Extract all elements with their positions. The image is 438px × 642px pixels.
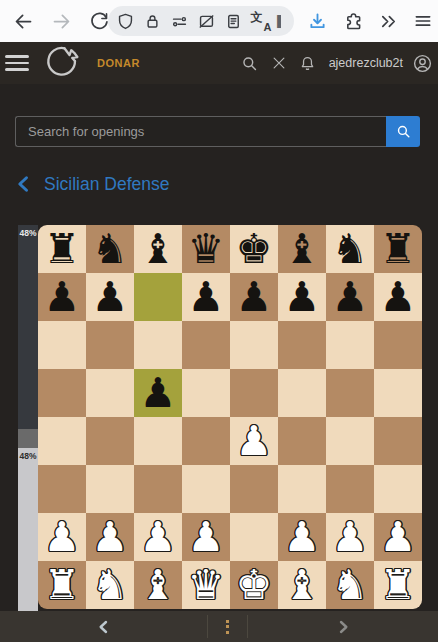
square-d6[interactable] (182, 321, 230, 369)
piece-white-bishop: ♝ (140, 561, 177, 609)
piece-black-pawn: ♟ (188, 273, 225, 321)
piece-black-bishop: ♝ (284, 225, 321, 273)
piece-white-pawn: ♟ (380, 513, 417, 561)
square-c8[interactable]: ♝ (134, 225, 182, 273)
overflow-chevrons-icon[interactable] (371, 4, 405, 38)
piece-white-knight: ♞ (332, 561, 369, 609)
piece-black-pawn: ♟ (140, 369, 177, 417)
square-b5[interactable] (86, 369, 134, 417)
square-a7[interactable]: ♟ (38, 273, 86, 321)
square-c2[interactable]: ♟ (134, 513, 182, 561)
square-b7[interactable]: ♟ (86, 273, 134, 321)
opening-title[interactable]: Sicilian Defense (44, 174, 169, 195)
piece-white-pawn: ♟ (332, 513, 369, 561)
square-b8[interactable]: ♞ (86, 225, 134, 273)
reader-mode-icon[interactable] (220, 7, 247, 35)
black-win-percent: 48% (18, 228, 38, 238)
square-e2[interactable] (230, 513, 278, 561)
square-g7[interactable]: ♟ (326, 273, 374, 321)
square-b1[interactable]: ♞ (86, 561, 134, 609)
previous-move-button[interactable] (0, 611, 207, 642)
piece-black-pawn: ♟ (332, 273, 369, 321)
square-c6[interactable] (134, 321, 182, 369)
search-button[interactable] (386, 116, 420, 147)
square-g6[interactable] (326, 321, 374, 369)
square-d4[interactable] (182, 417, 230, 465)
tracker-toggles-icon[interactable] (166, 7, 193, 35)
moves-menu-button[interactable] (207, 611, 247, 642)
piece-white-pawn: ♟ (188, 513, 225, 561)
next-move-button[interactable] (247, 611, 438, 642)
piece-white-pawn: ♟ (92, 513, 129, 561)
extensions-pill: 文A ❚‹ (108, 6, 294, 36)
forward-icon[interactable] (44, 4, 78, 38)
piece-white-pawn: ♟ (236, 417, 273, 465)
chevron-left-icon (96, 619, 112, 635)
square-f8[interactable]: ♝ (278, 225, 326, 273)
square-e3[interactable] (230, 465, 278, 513)
square-h5[interactable] (374, 369, 422, 417)
square-g3[interactable] (326, 465, 374, 513)
square-d5[interactable] (182, 369, 230, 417)
square-f1[interactable]: ♝ (278, 561, 326, 609)
win-percentage-bar: 48% 48% (18, 225, 38, 611)
square-f7[interactable]: ♟ (278, 273, 326, 321)
square-g2[interactable]: ♟ (326, 513, 374, 561)
square-b2[interactable]: ♟ (86, 513, 134, 561)
vertical-dots-icon (226, 620, 229, 634)
square-a1[interactable]: ♜ (38, 561, 86, 609)
square-f3[interactable] (278, 465, 326, 513)
back-icon[interactable] (6, 4, 40, 38)
avatar-icon[interactable] (410, 51, 434, 75)
square-e4[interactable]: ♟ (230, 417, 278, 465)
square-h1[interactable]: ♜ (374, 561, 422, 609)
square-h2[interactable]: ♟ (374, 513, 422, 561)
piece-black-bishop: ♝ (140, 225, 177, 273)
piece-black-pawn: ♟ (92, 273, 129, 321)
bell-icon[interactable] (296, 51, 320, 75)
piece-black-king: ♚ (236, 225, 273, 273)
square-e8[interactable]: ♚ (230, 225, 278, 273)
square-h8[interactable]: ♜ (374, 225, 422, 273)
square-h6[interactable] (374, 321, 422, 369)
square-d3[interactable] (182, 465, 230, 513)
content-blocked-icon[interactable] (193, 7, 220, 35)
piece-black-pawn: ♟ (44, 273, 81, 321)
piece-black-pawn: ♟ (284, 273, 321, 321)
search-input[interactable] (15, 116, 386, 147)
piece-white-pawn: ♟ (44, 513, 81, 561)
piece-black-queen: ♛ (188, 225, 225, 273)
piece-white-pawn: ♟ (140, 513, 177, 561)
square-c1[interactable]: ♝ (134, 561, 182, 609)
square-h3[interactable] (374, 465, 422, 513)
download-icon[interactable] (300, 4, 334, 38)
square-a2[interactable]: ♟ (38, 513, 86, 561)
square-c7[interactable] (134, 273, 182, 321)
black-win-segment (18, 225, 38, 429)
piece-white-king: ♚ (236, 561, 273, 609)
square-d8[interactable]: ♛ (182, 225, 230, 273)
lock-icon[interactable] (139, 7, 166, 35)
piece-black-pawn: ♟ (380, 273, 417, 321)
chess-board[interactable]: ♜♞♝♛♚♝♞♜♟♟♟♟♟♟♟♟♟♟♟♟♟♟♟♟♜♞♝♛♚♝♞♜ (38, 225, 422, 609)
crossed-swords-icon[interactable] (267, 51, 291, 75)
piece-white-rook: ♜ (44, 561, 81, 609)
square-h7[interactable]: ♟ (374, 273, 422, 321)
piece-white-bishop: ♝ (284, 561, 321, 609)
square-f6[interactable] (278, 321, 326, 369)
square-a3[interactable] (38, 465, 86, 513)
square-f4[interactable] (278, 417, 326, 465)
square-e1[interactable]: ♚ (230, 561, 278, 609)
extensions-puzzle-icon[interactable] (336, 4, 370, 38)
header-search-icon[interactable] (238, 51, 262, 75)
square-g1[interactable]: ♞ (326, 561, 374, 609)
opening-heading: Sicilian Defense (14, 170, 169, 198)
square-a4[interactable] (38, 417, 86, 465)
menu-hamburger-icon[interactable] (5, 55, 29, 71)
square-g5[interactable] (326, 369, 374, 417)
site-header: DONAR ajedrezclub2t (0, 42, 438, 84)
piece-black-knight: ♞ (92, 225, 129, 273)
piece-black-rook: ♜ (44, 225, 81, 273)
piece-black-pawn: ♟ (236, 273, 273, 321)
white-win-percent: 48% (18, 451, 38, 461)
piece-white-rook: ♜ (380, 561, 417, 609)
square-b3[interactable] (86, 465, 134, 513)
square-a5[interactable] (38, 369, 86, 417)
shield-icon[interactable] (112, 7, 139, 35)
square-g8[interactable]: ♞ (326, 225, 374, 273)
square-d1[interactable]: ♛ (182, 561, 230, 609)
square-a8[interactable]: ♜ (38, 225, 86, 273)
square-f2[interactable]: ♟ (278, 513, 326, 561)
square-c5[interactable]: ♟ (134, 369, 182, 417)
piece-black-rook: ♜ (380, 225, 417, 273)
square-e6[interactable] (230, 321, 278, 369)
move-navigation-bar (0, 611, 438, 642)
square-b4[interactable] (86, 417, 134, 465)
square-a6[interactable] (38, 321, 86, 369)
partial-hidden-icon[interactable]: ❚‹ (274, 11, 281, 31)
square-c4[interactable] (134, 417, 182, 465)
openings-search (15, 116, 420, 147)
square-e7[interactable]: ♟ (230, 273, 278, 321)
username[interactable]: ajedrezclub2t (329, 56, 403, 70)
translate-icon[interactable]: 文A (247, 7, 274, 35)
square-d2[interactable]: ♟ (182, 513, 230, 561)
square-c3[interactable] (134, 465, 182, 513)
square-h4[interactable] (374, 417, 422, 465)
chevron-right-icon (335, 619, 351, 635)
browser-menu-icon[interactable] (406, 4, 438, 38)
piece-white-queen: ♛ (188, 561, 225, 609)
knight-circle-logo-icon[interactable] (45, 43, 82, 84)
piece-white-pawn: ♟ (284, 513, 321, 561)
donate-link[interactable]: DONAR (97, 57, 140, 69)
white-win-segment (18, 448, 38, 611)
back-chevron-icon[interactable] (14, 173, 34, 195)
square-d7[interactable]: ♟ (182, 273, 230, 321)
square-e5[interactable] (230, 369, 278, 417)
piece-black-knight: ♞ (332, 225, 369, 273)
square-g4[interactable] (326, 417, 374, 465)
square-f5[interactable] (278, 369, 326, 417)
piece-white-knight: ♞ (92, 561, 129, 609)
square-b6[interactable] (86, 321, 134, 369)
browser-toolbar: 文A ❚‹ (0, 0, 438, 42)
draw-segment (18, 429, 38, 448)
